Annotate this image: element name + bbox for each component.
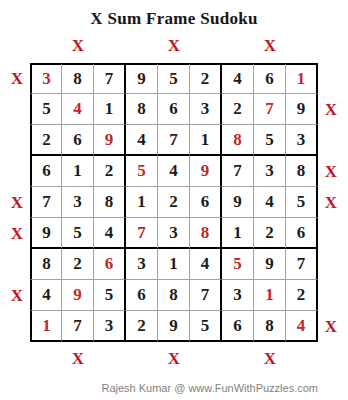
frame-sum-mark: X (62, 29, 94, 63)
sudoku-cell-r8c3: 5 (94, 280, 126, 311)
frame-spacer (222, 342, 254, 376)
sudoku-cell-r8c8: 1 (254, 280, 286, 311)
sudoku-cell-r2c9: 9 (286, 94, 318, 125)
frame-spacer (4, 249, 30, 280)
sudoku-cell-r7c1: 8 (30, 249, 62, 280)
frame-sum-mark: X (4, 218, 30, 249)
sudoku-cell-r7c9: 7 (286, 249, 318, 280)
sudoku-cell-r7c3: 6 (94, 249, 126, 280)
sudoku-cell-r7c4: 3 (126, 249, 158, 280)
sudoku-cell-r9c8: 8 (254, 311, 286, 342)
frame-spacer (190, 29, 222, 63)
sudoku-cell-r8c2: 9 (62, 280, 94, 311)
sudoku-cell-r8c7: 3 (222, 280, 254, 311)
frame-sum-mark: X (254, 29, 286, 63)
sudoku-cell-r4c1: 6 (30, 156, 62, 187)
sudoku-cell-r7c8: 9 (254, 249, 286, 280)
frame-spacer (126, 29, 158, 63)
sudoku-cell-r6c2: 5 (62, 218, 94, 249)
frame-spacer (318, 29, 344, 63)
frame-sum-mark: X (318, 94, 344, 125)
puzzle-title: X Sum Frame Sudoku (0, 0, 348, 29)
frame-spacer (286, 342, 318, 376)
sudoku-board: XXXX387952461541863279X26947185361254973… (4, 29, 344, 376)
sudoku-cell-r2c1: 5 (30, 94, 62, 125)
sudoku-cell-r4c3: 2 (94, 156, 126, 187)
sudoku-cell-r2c3: 1 (94, 94, 126, 125)
sudoku-cell-r4c6: 9 (190, 156, 222, 187)
sudoku-cell-r1c4: 9 (126, 63, 158, 94)
sudoku-cell-r4c4: 5 (126, 156, 158, 187)
frame-spacer (318, 63, 344, 94)
sudoku-cell-r8c1: 4 (30, 280, 62, 311)
sudoku-cell-r5c6: 6 (190, 187, 222, 218)
sudoku-cell-r4c7: 7 (222, 156, 254, 187)
sudoku-cell-r2c4: 8 (126, 94, 158, 125)
sudoku-cell-r6c3: 4 (94, 218, 126, 249)
sudoku-cell-r3c9: 3 (286, 125, 318, 156)
frame-spacer (126, 342, 158, 376)
frame-spacer (318, 342, 344, 376)
frame-sum-mark: X (318, 156, 344, 187)
sudoku-cell-r2c7: 2 (222, 94, 254, 125)
sudoku-cell-r9c7: 6 (222, 311, 254, 342)
sudoku-cell-r4c8: 3 (254, 156, 286, 187)
sudoku-cell-r8c6: 7 (190, 280, 222, 311)
sudoku-cell-r3c3: 9 (94, 125, 126, 156)
sudoku-cell-r7c2: 2 (62, 249, 94, 280)
frame-sum-mark: X (4, 63, 30, 94)
sudoku-cell-r9c2: 7 (62, 311, 94, 342)
sudoku-cell-r1c3: 7 (94, 63, 126, 94)
frame-sum-mark: X (318, 311, 344, 342)
sudoku-cell-r9c5: 9 (158, 311, 190, 342)
sudoku-cell-r6c6: 8 (190, 218, 222, 249)
sudoku-cell-r5c8: 4 (254, 187, 286, 218)
sudoku-cell-r1c1: 3 (30, 63, 62, 94)
frame-spacer (318, 249, 344, 280)
sudoku-cell-r5c7: 9 (222, 187, 254, 218)
sudoku-cell-r3c6: 1 (190, 125, 222, 156)
sudoku-cell-r5c3: 8 (94, 187, 126, 218)
frame-spacer (94, 342, 126, 376)
sudoku-cell-r3c4: 4 (126, 125, 158, 156)
sudoku-cell-r3c2: 6 (62, 125, 94, 156)
frame-spacer (4, 342, 30, 376)
sudoku-cell-r2c5: 6 (158, 94, 190, 125)
sudoku-cell-r2c2: 4 (62, 94, 94, 125)
sudoku-cell-r6c4: 7 (126, 218, 158, 249)
sudoku-cell-r5c5: 2 (158, 187, 190, 218)
sudoku-cell-r1c7: 4 (222, 63, 254, 94)
frame-spacer (4, 29, 30, 63)
sudoku-cell-r1c8: 6 (254, 63, 286, 94)
sudoku-cell-r9c4: 2 (126, 311, 158, 342)
sudoku-cell-r1c5: 5 (158, 63, 190, 94)
sudoku-cell-r6c5: 3 (158, 218, 190, 249)
sudoku-cell-r5c1: 7 (30, 187, 62, 218)
frame-spacer (222, 29, 254, 63)
frame-sum-mark: X (62, 342, 94, 376)
frame-spacer (4, 125, 30, 156)
sudoku-cell-r5c2: 3 (62, 187, 94, 218)
sudoku-cell-r1c2: 8 (62, 63, 94, 94)
sudoku-cell-r4c5: 4 (158, 156, 190, 187)
sudoku-cell-r8c4: 6 (126, 280, 158, 311)
credit-text: Rajesh Kumar @ www.FunWithPuzzles.com (0, 382, 348, 394)
sudoku-cell-r8c9: 2 (286, 280, 318, 311)
frame-sum-mark: X (318, 187, 344, 218)
sudoku-cell-r8c5: 8 (158, 280, 190, 311)
frame-spacer (30, 342, 62, 376)
sudoku-cell-r6c7: 1 (222, 218, 254, 249)
sudoku-cell-r3c5: 7 (158, 125, 190, 156)
sudoku-cell-r7c6: 4 (190, 249, 222, 280)
sudoku-cell-r9c9: 4 (286, 311, 318, 342)
sudoku-cell-r1c6: 2 (190, 63, 222, 94)
sudoku-cell-r9c3: 3 (94, 311, 126, 342)
sudoku-cell-r5c4: 1 (126, 187, 158, 218)
sudoku-cell-r6c9: 6 (286, 218, 318, 249)
frame-spacer (318, 125, 344, 156)
frame-spacer (94, 29, 126, 63)
sudoku-cell-r2c8: 7 (254, 94, 286, 125)
sudoku-cell-r6c8: 2 (254, 218, 286, 249)
frame-sum-mark: X (4, 280, 30, 311)
frame-spacer (190, 342, 222, 376)
frame-sum-mark: X (158, 29, 190, 63)
sudoku-cell-r9c6: 5 (190, 311, 222, 342)
sudoku-cell-r7c5: 1 (158, 249, 190, 280)
frame-spacer (4, 94, 30, 125)
sudoku-cell-r6c1: 9 (30, 218, 62, 249)
frame-sum-mark: X (254, 342, 286, 376)
frame-spacer (318, 218, 344, 249)
frame-spacer (4, 311, 30, 342)
frame-spacer (4, 156, 30, 187)
sudoku-cell-r3c7: 8 (222, 125, 254, 156)
sudoku-cell-r7c7: 5 (222, 249, 254, 280)
frame-sum-mark: X (158, 342, 190, 376)
sudoku-cell-r5c9: 5 (286, 187, 318, 218)
sudoku-cell-r9c1: 1 (30, 311, 62, 342)
sudoku-cell-r1c9: 1 (286, 63, 318, 94)
frame-spacer (286, 29, 318, 63)
frame-sum-mark: X (4, 187, 30, 218)
frame-spacer (30, 29, 62, 63)
sudoku-cell-r2c6: 3 (190, 94, 222, 125)
frame-spacer (318, 280, 344, 311)
sudoku-cell-r4c9: 8 (286, 156, 318, 187)
sudoku-cell-r4c2: 1 (62, 156, 94, 187)
sudoku-cell-r3c8: 5 (254, 125, 286, 156)
sudoku-cell-r3c1: 2 (30, 125, 62, 156)
